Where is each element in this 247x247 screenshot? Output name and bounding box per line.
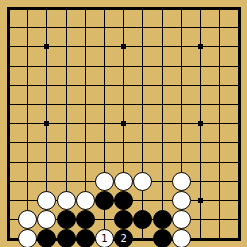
black-stone — [76, 210, 95, 229]
star-point — [121, 44, 126, 49]
star-point — [44, 44, 49, 49]
go-board-diagram: 12 — [0, 0, 247, 247]
grid-line-vertical — [219, 9, 220, 239]
star-point — [121, 121, 126, 126]
grid-line-vertical — [142, 9, 143, 239]
star-point — [44, 121, 49, 126]
white-stone — [18, 229, 37, 247]
black-stone — [95, 191, 114, 210]
black-stone-move-2: 2 — [114, 229, 133, 247]
black-stone — [153, 229, 172, 247]
white-stone — [95, 172, 114, 191]
black-stone — [57, 229, 76, 247]
grid-line-horizontal — [9, 142, 239, 143]
white-stone — [76, 191, 95, 210]
black-stone — [57, 210, 76, 229]
white-stone — [172, 229, 191, 247]
black-stone — [76, 229, 95, 247]
black-stone — [37, 229, 56, 247]
star-point — [198, 198, 203, 203]
black-stone — [153, 210, 172, 229]
white-stone — [172, 172, 191, 191]
white-stone — [114, 172, 133, 191]
white-stone-move-1: 1 — [95, 229, 114, 247]
white-stone — [57, 191, 76, 210]
grid-line-horizontal — [9, 162, 239, 163]
white-stone — [172, 191, 191, 210]
white-stone — [172, 210, 191, 229]
grid-line-vertical — [162, 9, 163, 239]
star-point — [198, 44, 203, 49]
star-point — [198, 121, 203, 126]
